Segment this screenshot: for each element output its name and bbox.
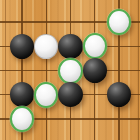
board-intersection[interactable]	[83, 10, 107, 34]
board-intersection[interactable]	[10, 58, 34, 82]
winning-white-stone	[107, 9, 131, 35]
board-intersection[interactable]	[10, 34, 34, 58]
board-intersection[interactable]	[58, 58, 82, 82]
board-intersection[interactable]	[83, 34, 107, 58]
board-intersection[interactable]	[34, 58, 58, 82]
board-intersection[interactable]	[34, 10, 58, 34]
winning-white-stone	[34, 82, 58, 108]
board-intersection[interactable]	[34, 34, 58, 58]
board-intersection[interactable]	[83, 107, 107, 131]
board-intersection[interactable]	[58, 10, 82, 34]
black-stone	[107, 82, 131, 107]
board-intersection[interactable]	[83, 58, 107, 82]
board-intersection[interactable]	[83, 83, 107, 107]
board-intersection[interactable]	[10, 107, 34, 131]
stone-grid	[10, 10, 131, 131]
white-stone	[34, 34, 58, 59]
board-intersection[interactable]	[34, 83, 58, 107]
board-intersection[interactable]	[58, 83, 82, 107]
board-intersection[interactable]	[10, 83, 34, 107]
board-intersection[interactable]	[107, 34, 131, 58]
black-stone	[10, 34, 34, 59]
winning-white-stone	[83, 33, 107, 59]
black-stone	[58, 82, 82, 107]
board-intersection[interactable]	[34, 107, 58, 131]
board-intersection[interactable]	[107, 107, 131, 131]
black-stone	[58, 34, 82, 59]
black-stone	[10, 82, 34, 107]
board-intersection[interactable]	[107, 83, 131, 107]
board-intersection[interactable]	[58, 107, 82, 131]
black-stone	[83, 58, 107, 83]
winning-white-stone	[10, 106, 34, 132]
board-intersection[interactable]	[10, 10, 34, 34]
board-intersection[interactable]	[107, 10, 131, 34]
gomoku-board[interactable]	[0, 0, 140, 140]
board-intersection[interactable]	[107, 58, 131, 82]
board-intersection[interactable]	[58, 34, 82, 58]
winning-white-stone	[58, 58, 82, 84]
